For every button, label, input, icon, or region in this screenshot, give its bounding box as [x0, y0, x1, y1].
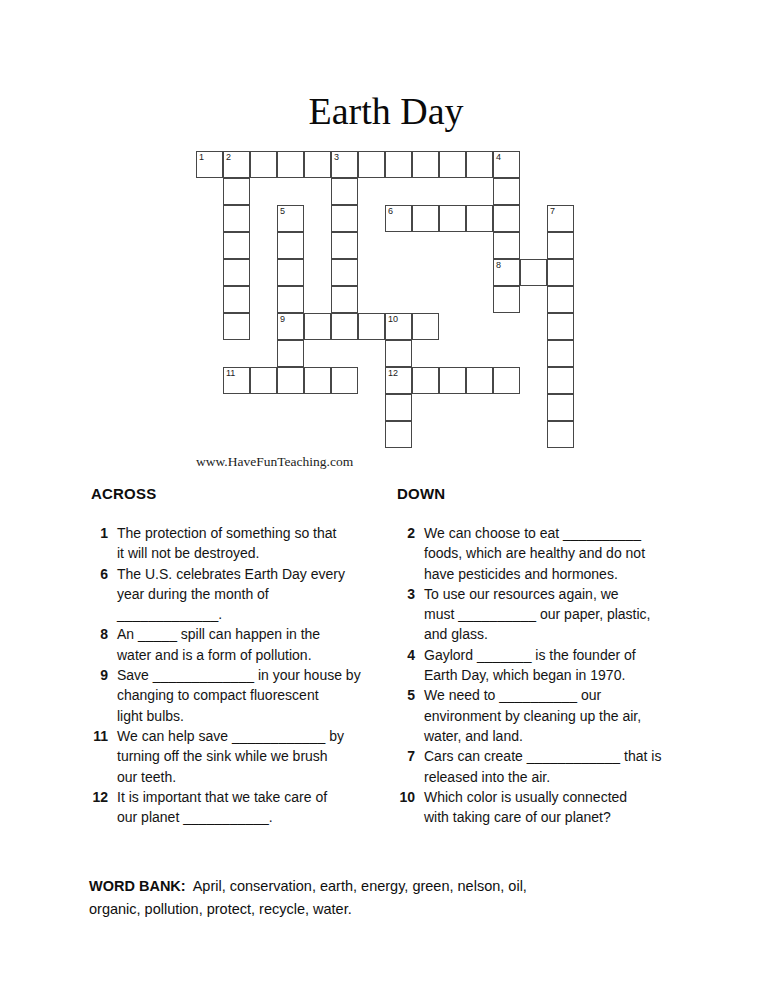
grid-cell-r10c14[interactable]	[547, 394, 574, 421]
clue-text: Cars can create ____________ that isrele…	[424, 746, 661, 787]
clue-number: 6	[88, 564, 108, 625]
grid-cell-r7c9[interactable]	[412, 313, 439, 340]
clue-text: An _____ spill can happen in thewater an…	[117, 624, 320, 665]
grid-cell-r6c2[interactable]	[223, 286, 250, 313]
across-clue-list: 1The protection of something so thatit w…	[88, 523, 361, 827]
grid-cell-r3c8[interactable]: 6	[385, 205, 412, 232]
clue-number: 4	[395, 645, 415, 686]
grid-cell-r2c12[interactable]	[493, 178, 520, 205]
grid-clue-number-3: 3	[334, 152, 339, 162]
grid-cell-r7c2[interactable]	[223, 313, 250, 340]
grid-cell-r8c14[interactable]	[547, 340, 574, 367]
grid-cell-r1c12[interactable]: 4	[493, 151, 520, 178]
clue-number: 10	[395, 787, 415, 828]
down-clue-list: 2We can choose to eat __________foods, w…	[395, 523, 661, 827]
grid-cell-r9c10[interactable]	[439, 367, 466, 394]
grid-cell-r3c12[interactable]	[493, 205, 520, 232]
grid-cell-r5c2[interactable]	[223, 259, 250, 286]
down-clue-7: 7Cars can create ____________ that isrel…	[395, 746, 661, 787]
worksheet-page: Earth Day 123456789101112 www.HaveFunTea…	[0, 0, 772, 1000]
grid-cell-r9c2[interactable]: 11	[223, 367, 250, 394]
word-bank-words-1: April, conservation, earth, energy, gree…	[193, 878, 527, 894]
grid-cell-r7c4[interactable]: 9	[277, 313, 304, 340]
grid-cell-r2c2[interactable]	[223, 178, 250, 205]
clue-text: Save _____________ in your house bychang…	[117, 665, 361, 726]
across-heading: ACROSS	[91, 485, 156, 502]
grid-cell-r9c4[interactable]	[277, 367, 304, 394]
clue-text: Which color is usually connectedwith tak…	[424, 787, 627, 828]
grid-clue-number-8: 8	[496, 260, 501, 270]
grid-cell-r8c4[interactable]	[277, 340, 304, 367]
grid-cell-r6c14[interactable]	[547, 286, 574, 313]
grid-cell-r9c12[interactable]	[493, 367, 520, 394]
grid-cell-r7c7[interactable]	[358, 313, 385, 340]
down-heading: DOWN	[397, 485, 445, 502]
clue-number: 1	[88, 523, 108, 564]
clue-text: The U.S. celebrates Earth Day everyyear …	[117, 564, 345, 625]
grid-cell-r5c14[interactable]	[547, 259, 574, 286]
grid-cell-r9c5[interactable]	[304, 367, 331, 394]
across-clue-6: 6The U.S. celebrates Earth Day everyyear…	[88, 564, 361, 625]
grid-cell-r5c4[interactable]	[277, 259, 304, 286]
grid-cell-r1c7[interactable]	[358, 151, 385, 178]
across-clue-8: 8An _____ spill can happen in thewater a…	[88, 624, 361, 665]
grid-cell-r5c12[interactable]: 8	[493, 259, 520, 286]
clue-number: 2	[395, 523, 415, 584]
grid-cell-r1c9[interactable]	[412, 151, 439, 178]
grid-cell-r9c6[interactable]	[331, 367, 358, 394]
clue-number: 5	[395, 685, 415, 746]
down-clue-4: 4Gaylord _______ is the founder ofEarth …	[395, 645, 661, 686]
grid-cell-r3c6[interactable]	[331, 205, 358, 232]
grid-cell-r4c6[interactable]	[331, 232, 358, 259]
grid-cell-r7c14[interactable]	[547, 313, 574, 340]
down-clue-3: 3To use our resources again, wemust ____…	[395, 584, 661, 645]
grid-cell-r1c5[interactable]	[304, 151, 331, 178]
grid-cell-r4c12[interactable]	[493, 232, 520, 259]
across-clue-9: 9Save _____________ in your house bychan…	[88, 665, 361, 726]
grid-cell-r6c6[interactable]	[331, 286, 358, 313]
grid-cell-r10c8[interactable]	[385, 394, 412, 421]
word-bank-line-1: WORD BANK:April, conservation, earth, en…	[89, 875, 527, 898]
grid-cell-r1c8[interactable]	[385, 151, 412, 178]
grid-cell-r1c4[interactable]	[277, 151, 304, 178]
grid-cell-r1c11[interactable]	[466, 151, 493, 178]
clue-text: We need to __________ ourenvironment by …	[424, 685, 641, 746]
grid-cell-r3c4[interactable]: 5	[277, 205, 304, 232]
clue-text: The protection of something so thatit wi…	[117, 523, 336, 564]
grid-clue-number-11: 11	[226, 368, 235, 378]
word-bank-line-2: organic, pollution, protect, recycle, wa…	[89, 898, 527, 921]
website-url: www.HaveFunTeaching.com	[196, 454, 353, 470]
grid-cell-r9c11[interactable]	[466, 367, 493, 394]
grid-cell-r1c1[interactable]: 1	[196, 151, 223, 178]
page-title: Earth Day	[0, 92, 772, 130]
grid-cell-r9c8[interactable]: 12	[385, 367, 412, 394]
across-clue-12: 12It is important that we take care ofou…	[88, 787, 361, 828]
grid-cell-r6c4[interactable]	[277, 286, 304, 313]
grid-cell-r11c14[interactable]	[547, 421, 574, 448]
grid-cell-r7c5[interactable]	[304, 313, 331, 340]
word-bank-label: WORD BANK:	[89, 878, 186, 894]
grid-cell-r6c12[interactable]	[493, 286, 520, 313]
grid-clue-number-2: 2	[226, 152, 231, 162]
across-clue-11: 11We can help save ____________ byturnin…	[88, 726, 361, 787]
grid-cell-r1c3[interactable]	[250, 151, 277, 178]
grid-cell-r7c8[interactable]: 10	[385, 313, 412, 340]
grid-cell-r3c2[interactable]	[223, 205, 250, 232]
grid-clue-number-4: 4	[496, 152, 501, 162]
grid-cell-r3c10[interactable]	[439, 205, 466, 232]
grid-cell-r1c2[interactable]: 2	[223, 151, 250, 178]
grid-cell-r11c8[interactable]	[385, 421, 412, 448]
grid-clue-number-6: 6	[388, 206, 393, 216]
grid-cell-r4c4[interactable]	[277, 232, 304, 259]
down-clue-2: 2We can choose to eat __________foods, w…	[395, 523, 661, 584]
grid-clue-number-1: 1	[199, 152, 204, 162]
grid-cell-r3c11[interactable]	[466, 205, 493, 232]
clue-number: 9	[88, 665, 108, 726]
grid-cell-r3c14[interactable]: 7	[547, 205, 574, 232]
grid-cell-r8c8[interactable]	[385, 340, 412, 367]
clue-text: Gaylord _______ is the founder ofEarth D…	[424, 645, 636, 686]
clue-text: To use our resources again, wemust _____…	[424, 584, 651, 645]
grid-cell-r1c10[interactable]	[439, 151, 466, 178]
grid-clue-number-12: 12	[388, 368, 398, 378]
grid-cell-r4c14[interactable]	[547, 232, 574, 259]
grid-clue-number-7: 7	[550, 206, 555, 216]
grid-clue-number-10: 10	[388, 314, 398, 324]
across-clue-1: 1The protection of something so thatit w…	[88, 523, 361, 564]
clue-number: 11	[88, 726, 108, 787]
grid-cell-r3c9[interactable]	[412, 205, 439, 232]
grid-cell-r9c3[interactable]	[250, 367, 277, 394]
clue-number: 7	[395, 746, 415, 787]
grid-clue-number-5: 5	[280, 206, 285, 216]
grid-cell-r1c6[interactable]: 3	[331, 151, 358, 178]
clue-text: It is important that we take care ofour …	[117, 787, 327, 828]
grid-cell-r9c14[interactable]	[547, 367, 574, 394]
grid-cell-r9c9[interactable]	[412, 367, 439, 394]
grid-clue-number-9: 9	[280, 314, 285, 324]
clue-number: 3	[395, 584, 415, 645]
crossword-grid: 123456789101112	[196, 151, 574, 448]
clue-number: 12	[88, 787, 108, 828]
word-bank: WORD BANK:April, conservation, earth, en…	[89, 875, 527, 921]
grid-cell-r2c6[interactable]	[331, 178, 358, 205]
down-clue-10: 10Which color is usually connectedwith t…	[395, 787, 661, 828]
clue-text: We can help save ____________ byturning …	[117, 726, 344, 787]
grid-cell-r5c13[interactable]	[520, 259, 547, 286]
clue-number: 8	[88, 624, 108, 665]
clue-text: We can choose to eat __________foods, wh…	[424, 523, 645, 584]
down-clue-5: 5We need to __________ ourenvironment by…	[395, 685, 661, 746]
grid-cell-r5c6[interactable]	[331, 259, 358, 286]
grid-cell-r4c2[interactable]	[223, 232, 250, 259]
grid-cell-r7c6[interactable]	[331, 313, 358, 340]
